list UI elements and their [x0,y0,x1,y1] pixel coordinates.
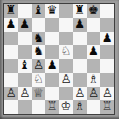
square-f4[interactable] [73,59,87,73]
square-g7[interactable] [87,18,101,32]
white-queen-icon: ♕ [33,86,44,100]
square-e7[interactable] [59,18,73,32]
square-d1[interactable]: ♖ [45,100,59,114]
square-c1[interactable] [32,100,46,114]
square-b4[interactable]: ♝ [18,59,32,73]
black-pawn-icon: ♟ [19,17,30,31]
white-pawn-icon: ♙ [60,72,71,86]
square-d8[interactable]: ♛ [45,4,59,18]
square-f1[interactable]: ♗ [73,100,87,114]
black-bishop-icon: ♝ [33,4,44,18]
black-rook-icon: ♜ [5,4,16,18]
black-pawn-icon: ♟ [74,17,85,31]
white-knight-icon: ♘ [33,72,44,86]
square-e8[interactable] [59,4,73,18]
square-f5[interactable] [73,45,87,59]
square-h8[interactable] [100,4,114,18]
black-bishop-icon: ♝ [19,59,30,73]
square-a1[interactable] [4,100,18,114]
white-pawn-icon: ♙ [102,86,113,100]
square-f6[interactable] [73,32,87,46]
square-d7[interactable] [45,18,59,32]
black-pawn-icon: ♟ [102,31,113,45]
square-b1[interactable] [18,100,32,114]
square-d6[interactable] [45,32,59,46]
square-d4[interactable]: ♟ [45,59,59,73]
black-queen-icon: ♛ [47,4,58,18]
white-rook-icon: ♖ [47,100,58,114]
black-knight-icon: ♞ [33,31,44,45]
white-knight-icon: ♘ [60,45,71,59]
square-a7[interactable]: ♟ [4,18,18,32]
black-pawn-icon: ♟ [47,59,58,73]
square-g5[interactable]: ♟ [87,45,101,59]
square-h5[interactable] [100,45,114,59]
square-a6[interactable] [4,32,18,46]
white-pawn-icon: ♙ [74,86,85,100]
white-bishop-icon: ♗ [74,100,85,114]
square-g2[interactable]: ♙ [87,87,101,101]
square-c2[interactable]: ♕ [32,87,46,101]
square-e5[interactable]: ♘ [59,45,73,59]
square-h1[interactable]: ♖ [100,100,114,114]
square-e3[interactable]: ♙ [59,73,73,87]
square-g8[interactable]: ♚ [87,4,101,18]
square-a4[interactable] [4,59,18,73]
black-pawn-icon: ♟ [5,17,16,31]
square-h6[interactable]: ♟ [100,32,114,46]
square-h4[interactable] [100,59,114,73]
white-king-icon: ♔ [60,100,71,114]
square-a5[interactable] [4,45,18,59]
square-b2[interactable]: ♙ [18,87,32,101]
square-d3[interactable] [45,73,59,87]
chess-board: ♜♝♛♜♚♟♟♟♞♟♞♘♟♝♙♟♘♙♗♙♙♕♙♙♙♖♔♗♖ [3,3,115,115]
square-f7[interactable]: ♟ [73,18,87,32]
black-rook-icon: ♜ [74,4,85,18]
white-pawn-icon: ♙ [33,59,44,73]
black-king-icon: ♚ [88,4,99,18]
square-b7[interactable]: ♟ [18,18,32,32]
white-pawn-icon: ♙ [5,86,16,100]
chess-diagram: ♜♝♛♜♚♟♟♟♞♟♞♘♟♝♙♟♘♙♗♙♙♕♙♙♙♖♔♗♖ [0,0,119,119]
square-g1[interactable] [87,100,101,114]
black-pawn-icon: ♟ [88,45,99,59]
square-c8[interactable]: ♝ [32,4,46,18]
square-e1[interactable]: ♔ [59,100,73,114]
square-b6[interactable] [18,32,32,46]
white-pawn-icon: ♙ [19,86,30,100]
white-rook-icon: ♖ [102,100,113,114]
black-knight-icon: ♞ [33,45,44,59]
square-a2[interactable]: ♙ [4,87,18,101]
white-pawn-icon: ♙ [88,86,99,100]
white-bishop-icon: ♗ [88,72,99,86]
